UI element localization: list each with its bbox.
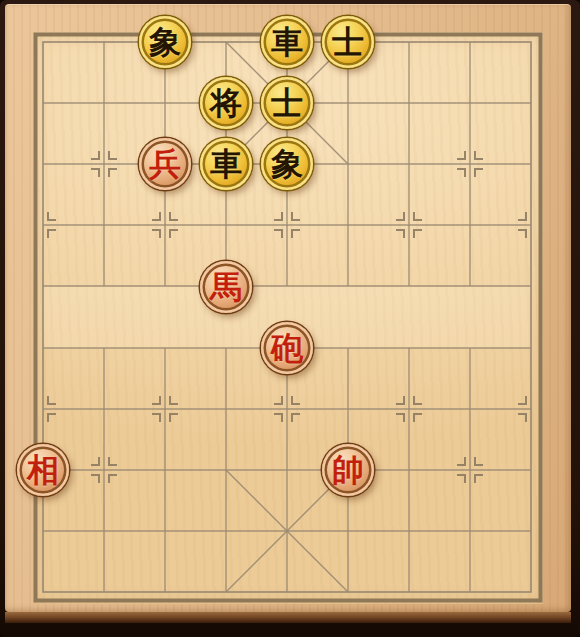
- piece-black-elephant[interactable]: 象: [139, 16, 191, 68]
- piece-glyph: 相: [27, 454, 59, 486]
- piece-red-soldier[interactable]: 兵: [139, 138, 191, 190]
- piece-red-cannon[interactable]: 砲: [261, 322, 313, 374]
- piece-black-advisor[interactable]: 士: [322, 16, 374, 68]
- piece-glyph: 車: [210, 148, 242, 180]
- piece-black-chariot[interactable]: 車: [200, 138, 252, 190]
- piece-red-general[interactable]: 帥: [322, 444, 374, 496]
- piece-black-general[interactable]: 将: [200, 77, 252, 129]
- piece-glyph: 馬: [210, 271, 242, 303]
- piece-glyph: 象: [149, 26, 181, 58]
- piece-black-chariot[interactable]: 車: [261, 16, 313, 68]
- piece-glyph: 士: [271, 87, 303, 119]
- xiangqi-app-window: 象車士将士兵車象馬砲相帥: [0, 0, 580, 637]
- piece-black-elephant[interactable]: 象: [261, 138, 313, 190]
- piece-glyph: 象: [271, 148, 303, 180]
- piece-glyph: 帥: [332, 454, 364, 486]
- piece-glyph: 将: [210, 87, 242, 119]
- piece-glyph: 車: [271, 26, 303, 58]
- piece-glyph: 兵: [149, 148, 181, 180]
- piece-glyph: 砲: [271, 332, 303, 364]
- piece-red-elephant[interactable]: 相: [17, 444, 69, 496]
- piece-black-advisor[interactable]: 士: [261, 77, 313, 129]
- piece-glyph: 士: [332, 26, 364, 58]
- piece-red-horse[interactable]: 馬: [200, 261, 252, 313]
- board-grid[interactable]: 象車士将士兵車象馬砲相帥: [13, 11, 562, 623]
